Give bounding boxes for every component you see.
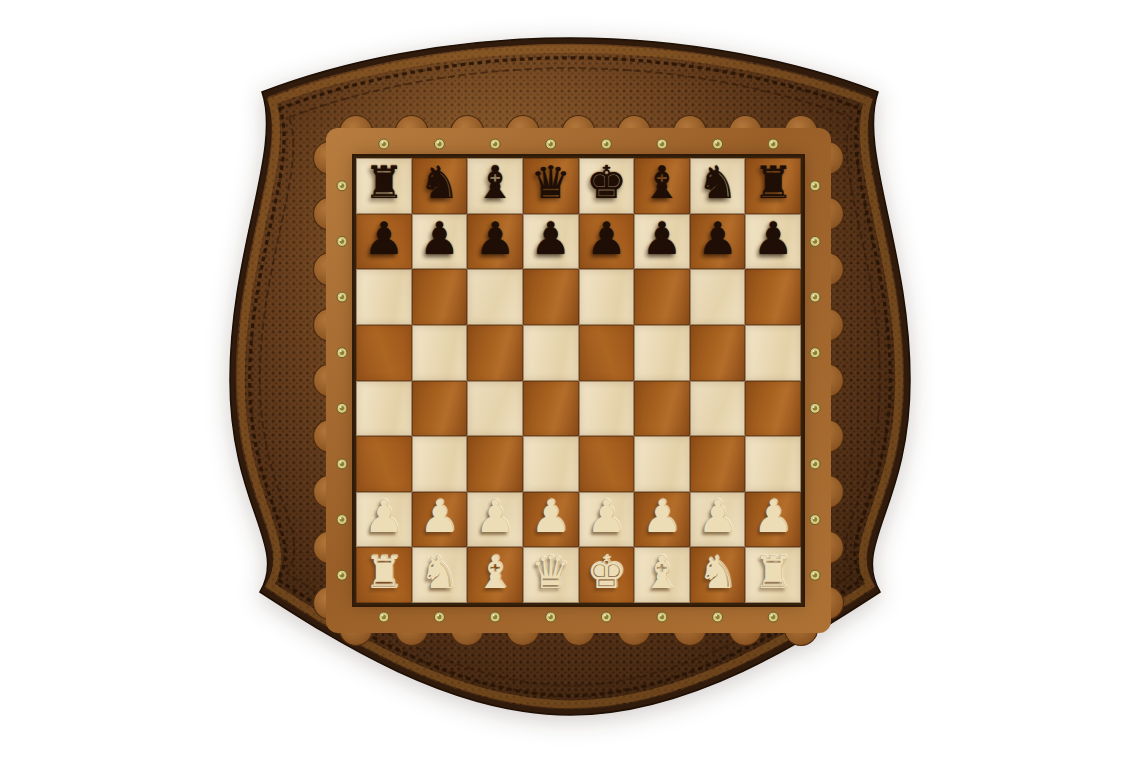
stud-glint	[493, 142, 495, 144]
piece-white-rook: ♜	[753, 550, 793, 595]
piece-black-pawn: ♟	[697, 216, 737, 261]
piece-white-bishop: ♝	[475, 550, 515, 595]
square-c4[interactable]	[467, 381, 523, 437]
square-e1[interactable]: ♚	[579, 547, 635, 603]
square-a6[interactable]	[356, 269, 412, 325]
stud-glint	[340, 239, 342, 241]
piece-black-knight: ♞	[419, 160, 459, 205]
square-g3[interactable]	[690, 436, 746, 492]
piece-black-pawn: ♟	[531, 216, 571, 261]
chess-board: ♜♞♝♛♚♝♞♜♟♟♟♟♟♟♟♟♟♟♟♟♟♟♟♟♜♞♝♛♚♝♞♜	[356, 158, 801, 603]
square-d2[interactable]: ♟	[523, 492, 579, 548]
square-h8[interactable]: ♜	[745, 158, 801, 214]
square-d5[interactable]	[523, 325, 579, 381]
stud-glint	[715, 142, 717, 144]
piece-white-queen: ♛	[531, 550, 571, 595]
stud-glint	[340, 350, 342, 352]
square-a2[interactable]: ♟	[356, 492, 412, 548]
square-d7[interactable]: ♟	[523, 214, 579, 270]
square-e2[interactable]: ♟	[579, 492, 635, 548]
piece-black-pawn: ♟	[475, 216, 515, 261]
stud-glint	[813, 295, 815, 297]
stud-glint	[340, 517, 342, 519]
stud-glint	[340, 573, 342, 575]
photo-scene: ♜♞♝♛♚♝♞♜♟♟♟♟♟♟♟♟♟♟♟♟♟♟♟♟♜♞♝♛♚♝♞♜	[0, 0, 1140, 760]
piece-black-pawn: ♟	[642, 216, 682, 261]
square-b7[interactable]: ♟	[412, 214, 468, 270]
piece-white-rook: ♜	[364, 550, 404, 595]
piece-black-bishop: ♝	[475, 160, 515, 205]
piece-black-rook: ♜	[753, 160, 793, 205]
stud-glint	[771, 142, 773, 144]
square-f8[interactable]: ♝	[634, 158, 690, 214]
square-a8[interactable]: ♜	[356, 158, 412, 214]
square-f5[interactable]	[634, 325, 690, 381]
square-e8[interactable]: ♚	[579, 158, 635, 214]
square-f4[interactable]	[634, 381, 690, 437]
square-g1[interactable]: ♞	[690, 547, 746, 603]
stud-glint	[381, 615, 383, 617]
square-f1[interactable]: ♝	[634, 547, 690, 603]
piece-black-pawn: ♟	[364, 216, 404, 261]
piece-black-king: ♚	[586, 160, 626, 205]
square-b8[interactable]: ♞	[412, 158, 468, 214]
stud-glint	[715, 615, 717, 617]
square-g6[interactable]	[690, 269, 746, 325]
piece-white-pawn: ♟	[642, 494, 682, 539]
square-b6[interactable]	[412, 269, 468, 325]
stud-glint	[604, 615, 606, 617]
piece-white-pawn: ♟	[586, 494, 626, 539]
square-b5[interactable]	[412, 325, 468, 381]
square-f3[interactable]	[634, 436, 690, 492]
stud-glint	[813, 462, 815, 464]
stud-glint	[660, 142, 662, 144]
square-c3[interactable]	[467, 436, 523, 492]
piece-white-knight: ♞	[697, 550, 737, 595]
square-b4[interactable]	[412, 381, 468, 437]
square-h5[interactable]	[745, 325, 801, 381]
square-h7[interactable]: ♟	[745, 214, 801, 270]
square-a5[interactable]	[356, 325, 412, 381]
piece-white-pawn: ♟	[697, 494, 737, 539]
square-a3[interactable]	[356, 436, 412, 492]
stud-glint	[548, 142, 550, 144]
square-c6[interactable]	[467, 269, 523, 325]
square-e4[interactable]	[579, 381, 635, 437]
stud-glint	[771, 615, 773, 617]
piece-black-knight: ♞	[697, 160, 737, 205]
square-g8[interactable]: ♞	[690, 158, 746, 214]
square-g5[interactable]	[690, 325, 746, 381]
stud-glint	[493, 615, 495, 617]
square-a7[interactable]: ♟	[356, 214, 412, 270]
stud-glint	[813, 350, 815, 352]
piece-black-pawn: ♟	[586, 216, 626, 261]
stud-glint	[604, 142, 606, 144]
square-b3[interactable]	[412, 436, 468, 492]
square-d3[interactable]	[523, 436, 579, 492]
stud-glint	[340, 462, 342, 464]
piece-black-pawn: ♟	[419, 216, 459, 261]
square-c1[interactable]: ♝	[467, 547, 523, 603]
square-a1[interactable]: ♜	[356, 547, 412, 603]
square-d8[interactable]: ♛	[523, 158, 579, 214]
square-d4[interactable]	[523, 381, 579, 437]
piece-white-pawn: ♟	[475, 494, 515, 539]
square-h1[interactable]: ♜	[745, 547, 801, 603]
stud-glint	[340, 406, 342, 408]
piece-black-queen: ♛	[531, 160, 571, 205]
piece-white-knight: ♞	[419, 550, 459, 595]
square-e3[interactable]	[579, 436, 635, 492]
stud-glint	[340, 295, 342, 297]
piece-black-rook: ♜	[364, 160, 404, 205]
square-a4[interactable]	[356, 381, 412, 437]
square-h4[interactable]	[745, 381, 801, 437]
stud-glint	[813, 239, 815, 241]
square-c2[interactable]: ♟	[467, 492, 523, 548]
piece-white-king: ♚	[586, 550, 626, 595]
piece-white-pawn: ♟	[364, 494, 404, 539]
square-h6[interactable]	[745, 269, 801, 325]
square-d1[interactable]: ♛	[523, 547, 579, 603]
piece-white-pawn: ♟	[531, 494, 571, 539]
stud-glint	[340, 183, 342, 185]
square-g2[interactable]: ♟	[690, 492, 746, 548]
square-f6[interactable]	[634, 269, 690, 325]
square-e5[interactable]	[579, 325, 635, 381]
piece-black-pawn: ♟	[753, 216, 793, 261]
square-b2[interactable]: ♟	[412, 492, 468, 548]
square-h2[interactable]: ♟	[745, 492, 801, 548]
piece-white-pawn: ♟	[753, 494, 793, 539]
square-e7[interactable]: ♟	[579, 214, 635, 270]
stud-glint	[548, 615, 550, 617]
square-b1[interactable]: ♞	[412, 547, 468, 603]
stud-glint	[813, 517, 815, 519]
square-f7[interactable]: ♟	[634, 214, 690, 270]
square-c7[interactable]: ♟	[467, 214, 523, 270]
stud-glint	[813, 183, 815, 185]
stud-glint	[437, 142, 439, 144]
stud-glint	[813, 406, 815, 408]
square-c5[interactable]	[467, 325, 523, 381]
square-g4[interactable]	[690, 381, 746, 437]
stud-glint	[437, 615, 439, 617]
piece-white-pawn: ♟	[419, 494, 459, 539]
piece-white-bishop: ♝	[642, 550, 682, 595]
stud-glint	[381, 142, 383, 144]
square-f2[interactable]: ♟	[634, 492, 690, 548]
square-c8[interactable]: ♝	[467, 158, 523, 214]
square-h3[interactable]	[745, 436, 801, 492]
piece-black-bishop: ♝	[642, 160, 682, 205]
stud-glint	[813, 573, 815, 575]
square-e6[interactable]	[579, 269, 635, 325]
square-g7[interactable]: ♟	[690, 214, 746, 270]
stud-glint	[660, 615, 662, 617]
square-d6[interactable]	[523, 269, 579, 325]
